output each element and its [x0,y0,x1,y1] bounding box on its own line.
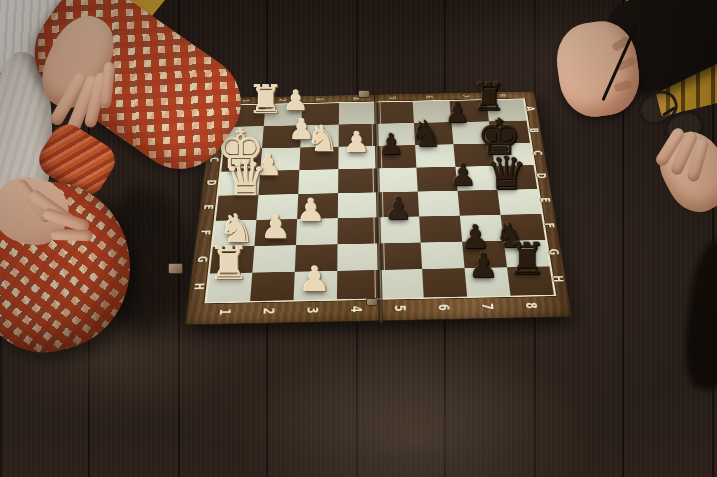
piece-white-rook-a1[interactable]: ♜ [248,79,284,119]
piece-white-pawn-a2[interactable]: ♟ [283,87,308,115]
piece-white-pawn-f3[interactable]: ♟ [297,194,326,226]
piece-white-queen-e1[interactable]: ♛ [224,154,267,202]
piece-white-knight-c3[interactable]: ♞ [307,121,339,157]
piece-white-pawn-c4[interactable]: ♟ [344,128,370,157]
fold-hinge-top [358,90,370,98]
board-clasp [168,263,183,274]
piece-white-rook-h1[interactable]: ♜ [208,240,249,286]
piece-white-pawn-h3[interactable]: ♟ [299,262,330,297]
fold-hinge-bottom [366,298,378,306]
piece-black-pawn-h7[interactable]: ♟ [468,248,498,282]
photo-scene: ABCDEFGH ABCDEFGH 12345678 12345678 ♜♟♟♞… [0,0,717,477]
piece-black-pawn-e7[interactable]: ♟ [450,160,477,190]
piece-black-knight-c6[interactable]: ♞ [410,116,442,152]
piece-black-pawn-f5[interactable]: ♟ [384,193,412,224]
piece-black-pawn-b7[interactable]: ♟ [444,99,469,127]
piece-black-pawn-c5[interactable]: ♟ [378,130,404,159]
piece-white-pawn-f2[interactable]: ♟ [261,210,291,243]
child-finger [50,229,92,241]
piece-black-queen-e8[interactable]: ♛ [485,150,526,196]
piece-black-rook-h8[interactable]: ♜ [507,237,546,281]
